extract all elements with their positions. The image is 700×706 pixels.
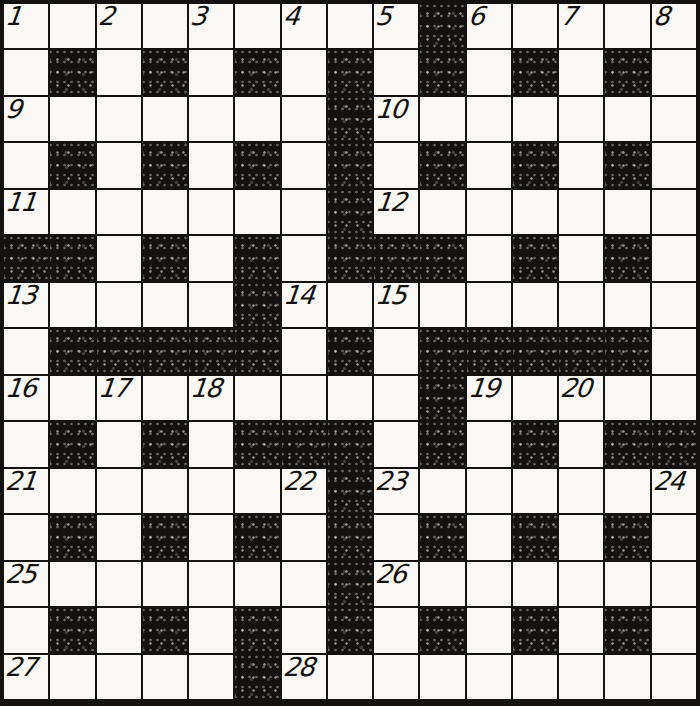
white-cell-r11c2[interactable] — [50, 469, 94, 513]
white-cell-r3c3[interactable] — [97, 97, 141, 141]
white-cell-r12c11[interactable] — [467, 515, 511, 559]
black-cell-r6c10 — [420, 236, 464, 280]
black-cell-r4c6 — [235, 143, 279, 187]
clue-number-22: 22 — [282, 467, 315, 496]
white-cell-r11c9[interactable]: 23 — [374, 469, 418, 513]
white-cell-r11c15[interactable]: 24 — [652, 469, 696, 513]
white-cell-r12c9[interactable] — [374, 515, 418, 559]
white-cell-r11c13[interactable] — [559, 469, 603, 513]
white-cell-r9c3[interactable]: 17 — [97, 376, 141, 420]
clue-number-12: 12 — [374, 188, 407, 217]
white-cell-r2c9[interactable] — [374, 50, 418, 94]
white-cell-r7c15[interactable] — [652, 283, 696, 327]
white-cell-r9c5[interactable]: 18 — [189, 376, 233, 420]
white-cell-r3c14[interactable] — [605, 97, 649, 141]
black-cell-r4c8 — [328, 143, 372, 187]
black-cell-r8c11 — [467, 329, 511, 373]
white-cell-r8c15[interactable] — [652, 329, 696, 373]
white-cell-r15c8[interactable] — [328, 655, 372, 699]
white-cell-r4c11[interactable] — [467, 143, 511, 187]
white-cell-r1c3[interactable]: 2 — [97, 4, 141, 48]
white-cell-r13c2[interactable] — [50, 562, 94, 606]
white-cell-r3c12[interactable] — [513, 97, 557, 141]
black-cell-r6c1 — [4, 236, 48, 280]
white-cell-r9c14[interactable] — [605, 376, 649, 420]
white-cell-r7c4[interactable] — [143, 283, 187, 327]
white-cell-r11c3[interactable] — [97, 469, 141, 513]
white-cell-r4c7[interactable] — [282, 143, 326, 187]
white-cell-r15c10[interactable] — [420, 655, 464, 699]
black-cell-r11c8 — [328, 469, 372, 513]
white-cell-r2c11[interactable] — [467, 50, 511, 94]
white-cell-r5c5[interactable] — [189, 190, 233, 234]
white-cell-r5c4[interactable] — [143, 190, 187, 234]
white-cell-r8c9[interactable] — [374, 329, 418, 373]
white-cell-r1c8[interactable] — [328, 4, 372, 48]
black-cell-r15c6 — [235, 655, 279, 699]
white-cell-r9c12[interactable] — [513, 376, 557, 420]
black-cell-r6c6 — [235, 236, 279, 280]
black-cell-r8c3 — [97, 329, 141, 373]
white-cell-r9c1[interactable]: 16 — [4, 376, 48, 420]
white-cell-r15c12[interactable] — [513, 655, 557, 699]
white-cell-r9c8[interactable] — [328, 376, 372, 420]
black-cell-r12c8 — [328, 515, 372, 559]
black-cell-r3c8 — [328, 97, 372, 141]
clue-number-9: 9 — [4, 95, 22, 124]
black-cell-r10c12 — [513, 422, 557, 466]
black-cell-r8c12 — [513, 329, 557, 373]
white-cell-r6c7[interactable] — [282, 236, 326, 280]
white-cell-r2c13[interactable] — [559, 50, 603, 94]
white-cell-r1c13[interactable]: 7 — [559, 4, 603, 48]
clue-number-1: 1 — [4, 2, 22, 31]
white-cell-r5c10[interactable] — [420, 190, 464, 234]
white-cell-r14c7[interactable] — [282, 608, 326, 652]
black-cell-r8c4 — [143, 329, 187, 373]
black-cell-r10c15 — [652, 422, 696, 466]
clue-number-7: 7 — [559, 2, 577, 31]
white-cell-r5c3[interactable] — [97, 190, 141, 234]
white-cell-r11c14[interactable] — [605, 469, 649, 513]
black-cell-r8c2 — [50, 329, 94, 373]
white-cell-r15c1[interactable]: 27 — [4, 655, 48, 699]
black-cell-r10c6 — [235, 422, 279, 466]
clue-number-18: 18 — [189, 374, 222, 403]
white-cell-r7c12[interactable] — [513, 283, 557, 327]
white-cell-r14c5[interactable] — [189, 608, 233, 652]
black-cell-r14c6 — [235, 608, 279, 652]
white-cell-r7c3[interactable] — [97, 283, 141, 327]
white-cell-r5c6[interactable] — [235, 190, 279, 234]
clue-number-25: 25 — [4, 560, 37, 589]
black-cell-r12c2 — [50, 515, 94, 559]
white-cell-r9c7[interactable] — [282, 376, 326, 420]
white-cell-r15c2[interactable] — [50, 655, 94, 699]
white-cell-r5c15[interactable] — [652, 190, 696, 234]
black-cell-r8c13 — [559, 329, 603, 373]
white-cell-r7c1[interactable]: 13 — [4, 283, 48, 327]
white-cell-r9c4[interactable] — [143, 376, 187, 420]
white-cell-r3c2[interactable] — [50, 97, 94, 141]
black-cell-r6c12 — [513, 236, 557, 280]
clue-number-19: 19 — [467, 374, 500, 403]
white-cell-r13c13[interactable] — [559, 562, 603, 606]
white-cell-r12c15[interactable] — [652, 515, 696, 559]
white-cell-r10c11[interactable] — [467, 422, 511, 466]
white-cell-r1c4[interactable] — [143, 4, 187, 48]
white-cell-r13c12[interactable] — [513, 562, 557, 606]
white-cell-r8c7[interactable] — [282, 329, 326, 373]
white-cell-r9c15[interactable] — [652, 376, 696, 420]
white-cell-r12c7[interactable] — [282, 515, 326, 559]
black-cell-r2c10 — [420, 50, 464, 94]
white-cell-r15c4[interactable] — [143, 655, 187, 699]
white-cell-r12c1[interactable] — [4, 515, 48, 559]
white-cell-r3c15[interactable] — [652, 97, 696, 141]
white-cell-r1c14[interactable] — [605, 4, 649, 48]
white-cell-r7c11[interactable] — [467, 283, 511, 327]
black-cell-r6c8 — [328, 236, 372, 280]
white-cell-r8c1[interactable] — [4, 329, 48, 373]
white-cell-r11c12[interactable] — [513, 469, 557, 513]
white-cell-r7c5[interactable] — [189, 283, 233, 327]
white-cell-r7c9[interactable]: 15 — [374, 283, 418, 327]
white-cell-r6c15[interactable] — [652, 236, 696, 280]
white-cell-r12c5[interactable] — [189, 515, 233, 559]
clue-number-20: 20 — [559, 374, 592, 403]
white-cell-r1c2[interactable] — [50, 4, 94, 48]
black-cell-r7c6 — [235, 283, 279, 327]
clue-number-26: 26 — [374, 560, 407, 589]
black-cell-r14c12 — [513, 608, 557, 652]
white-cell-r14c15[interactable] — [652, 608, 696, 652]
white-cell-r15c5[interactable] — [189, 655, 233, 699]
white-cell-r14c11[interactable] — [467, 608, 511, 652]
black-cell-r10c2 — [50, 422, 94, 466]
white-cell-r5c13[interactable] — [559, 190, 603, 234]
black-cell-r4c14 — [605, 143, 649, 187]
black-cell-r14c10 — [420, 608, 464, 652]
crossword-grid: 1234567891011121314151617181920212223242… — [0, 0, 700, 706]
white-cell-r5c9[interactable]: 12 — [374, 190, 418, 234]
white-cell-r6c11[interactable] — [467, 236, 511, 280]
clue-number-16: 16 — [4, 374, 37, 403]
clue-number-2: 2 — [97, 2, 115, 31]
black-cell-r2c8 — [328, 50, 372, 94]
white-cell-r1c15[interactable]: 8 — [652, 4, 696, 48]
clue-number-11: 11 — [4, 188, 37, 217]
white-cell-r3c4[interactable] — [143, 97, 187, 141]
white-cell-r13c3[interactable] — [97, 562, 141, 606]
white-cell-r11c7[interactable]: 22 — [282, 469, 326, 513]
white-cell-r11c6[interactable] — [235, 469, 279, 513]
clue-number-27: 27 — [4, 653, 37, 682]
white-cell-r15c9[interactable] — [374, 655, 418, 699]
white-cell-r11c5[interactable] — [189, 469, 233, 513]
black-cell-r8c14 — [605, 329, 649, 373]
black-cell-r8c6 — [235, 329, 279, 373]
white-cell-r14c3[interactable] — [97, 608, 141, 652]
white-cell-r9c13[interactable]: 20 — [559, 376, 603, 420]
black-cell-r8c5 — [189, 329, 233, 373]
black-cell-r5c8 — [328, 190, 372, 234]
black-cell-r6c14 — [605, 236, 649, 280]
white-cell-r10c5[interactable] — [189, 422, 233, 466]
white-cell-r6c3[interactable] — [97, 236, 141, 280]
clue-number-14: 14 — [282, 281, 315, 310]
white-cell-r13c6[interactable] — [235, 562, 279, 606]
white-cell-r7c2[interactable] — [50, 283, 94, 327]
clue-number-10: 10 — [374, 95, 407, 124]
black-cell-r13c8 — [328, 562, 372, 606]
white-cell-r4c5[interactable] — [189, 143, 233, 187]
black-cell-r2c4 — [143, 50, 187, 94]
clue-number-6: 6 — [467, 2, 485, 31]
white-cell-r15c15[interactable] — [652, 655, 696, 699]
white-cell-r13c9[interactable]: 26 — [374, 562, 418, 606]
clue-number-28: 28 — [282, 653, 315, 682]
white-cell-r10c13[interactable] — [559, 422, 603, 466]
clue-number-23: 23 — [374, 467, 407, 496]
white-cell-r13c11[interactable] — [467, 562, 511, 606]
black-cell-r12c4 — [143, 515, 187, 559]
black-cell-r10c7 — [282, 422, 326, 466]
black-cell-r10c8 — [328, 422, 372, 466]
white-cell-r5c2[interactable] — [50, 190, 94, 234]
white-cell-r5c14[interactable] — [605, 190, 649, 234]
black-cell-r12c10 — [420, 515, 464, 559]
white-cell-r7c10[interactable] — [420, 283, 464, 327]
white-cell-r11c4[interactable] — [143, 469, 187, 513]
white-cell-r1c6[interactable] — [235, 4, 279, 48]
white-cell-r15c14[interactable] — [605, 655, 649, 699]
white-cell-r9c11[interactable]: 19 — [467, 376, 511, 420]
white-cell-r13c15[interactable] — [652, 562, 696, 606]
black-cell-r6c2 — [50, 236, 94, 280]
white-cell-r14c1[interactable] — [4, 608, 48, 652]
white-cell-r14c9[interactable] — [374, 608, 418, 652]
white-cell-r3c13[interactable] — [559, 97, 603, 141]
white-cell-r15c7[interactable]: 28 — [282, 655, 326, 699]
black-cell-r12c6 — [235, 515, 279, 559]
white-cell-r1c5[interactable]: 3 — [189, 4, 233, 48]
white-cell-r5c1[interactable]: 11 — [4, 190, 48, 234]
clue-number-21: 21 — [4, 467, 37, 496]
white-cell-r1c7[interactable]: 4 — [282, 4, 326, 48]
white-cell-r4c1[interactable] — [4, 143, 48, 187]
black-cell-r6c4 — [143, 236, 187, 280]
black-cell-r8c10 — [420, 329, 464, 373]
black-cell-r6c9 — [374, 236, 418, 280]
white-cell-r5c7[interactable] — [282, 190, 326, 234]
clue-number-15: 15 — [374, 281, 407, 310]
black-cell-r2c2 — [50, 50, 94, 94]
white-cell-r1c11[interactable]: 6 — [467, 4, 511, 48]
white-cell-r3c10[interactable] — [420, 97, 464, 141]
clue-number-4: 4 — [282, 2, 300, 31]
black-cell-r9c10 — [420, 376, 464, 420]
white-cell-r12c13[interactable] — [559, 515, 603, 559]
black-cell-r10c14 — [605, 422, 649, 466]
white-cell-r6c5[interactable] — [189, 236, 233, 280]
white-cell-r13c1[interactable]: 25 — [4, 562, 48, 606]
clue-number-24: 24 — [652, 467, 685, 496]
clue-number-5: 5 — [374, 2, 392, 31]
black-cell-r4c2 — [50, 143, 94, 187]
black-cell-r10c4 — [143, 422, 187, 466]
black-cell-r14c4 — [143, 608, 187, 652]
white-cell-r11c10[interactable] — [420, 469, 464, 513]
white-cell-r2c7[interactable] — [282, 50, 326, 94]
clue-number-3: 3 — [189, 2, 207, 31]
black-cell-r4c4 — [143, 143, 187, 187]
white-cell-r3c6[interactable] — [235, 97, 279, 141]
white-cell-r7c8[interactable] — [328, 283, 372, 327]
clue-number-17: 17 — [97, 374, 130, 403]
black-cell-r8c8 — [328, 329, 372, 373]
white-cell-r3c7[interactable] — [282, 97, 326, 141]
black-cell-r14c2 — [50, 608, 94, 652]
white-cell-r2c3[interactable] — [97, 50, 141, 94]
black-cell-r4c12 — [513, 143, 557, 187]
black-cell-r12c14 — [605, 515, 649, 559]
white-cell-r1c12[interactable] — [513, 4, 557, 48]
white-cell-r9c6[interactable] — [235, 376, 279, 420]
white-cell-r14c13[interactable] — [559, 608, 603, 652]
white-cell-r13c7[interactable] — [282, 562, 326, 606]
black-cell-r12c12 — [513, 515, 557, 559]
black-cell-r2c6 — [235, 50, 279, 94]
white-cell-r7c7[interactable]: 14 — [282, 283, 326, 327]
white-cell-r1c9[interactable]: 5 — [374, 4, 418, 48]
white-cell-r3c1[interactable]: 9 — [4, 97, 48, 141]
white-cell-r1c1[interactable]: 1 — [4, 4, 48, 48]
white-cell-r4c15[interactable] — [652, 143, 696, 187]
white-cell-r5c12[interactable] — [513, 190, 557, 234]
white-cell-r7c14[interactable] — [605, 283, 649, 327]
white-cell-r3c9[interactable]: 10 — [374, 97, 418, 141]
white-cell-r13c10[interactable] — [420, 562, 464, 606]
white-cell-r10c9[interactable] — [374, 422, 418, 466]
white-cell-r10c3[interactable] — [97, 422, 141, 466]
white-cell-r2c1[interactable] — [4, 50, 48, 94]
white-cell-r2c15[interactable] — [652, 50, 696, 94]
white-cell-r3c11[interactable] — [467, 97, 511, 141]
white-cell-r12c3[interactable] — [97, 515, 141, 559]
white-cell-r11c11[interactable] — [467, 469, 511, 513]
white-cell-r15c11[interactable] — [467, 655, 511, 699]
black-cell-r10c10 — [420, 422, 464, 466]
white-cell-r9c2[interactable] — [50, 376, 94, 420]
black-cell-r14c14 — [605, 608, 649, 652]
black-cell-r2c14 — [605, 50, 649, 94]
white-cell-r7c13[interactable] — [559, 283, 603, 327]
clue-number-13: 13 — [4, 281, 37, 310]
black-cell-r2c12 — [513, 50, 557, 94]
black-cell-r4c10 — [420, 143, 464, 187]
white-cell-r4c9[interactable] — [374, 143, 418, 187]
white-cell-r3c5[interactable] — [189, 97, 233, 141]
white-cell-r4c3[interactable] — [97, 143, 141, 187]
white-cell-r10c1[interactable] — [4, 422, 48, 466]
white-cell-r9c9[interactable] — [374, 376, 418, 420]
white-cell-r2c5[interactable] — [189, 50, 233, 94]
white-cell-r13c14[interactable] — [605, 562, 649, 606]
white-cell-r15c3[interactable] — [97, 655, 141, 699]
black-cell-r1c10 — [420, 4, 464, 48]
white-cell-r13c5[interactable] — [189, 562, 233, 606]
white-cell-r4c13[interactable] — [559, 143, 603, 187]
white-cell-r11c1[interactable]: 21 — [4, 469, 48, 513]
white-cell-r5c11[interactable] — [467, 190, 511, 234]
white-cell-r13c4[interactable] — [143, 562, 187, 606]
black-cell-r14c8 — [328, 608, 372, 652]
white-cell-r6c13[interactable] — [559, 236, 603, 280]
clue-number-8: 8 — [652, 2, 670, 31]
white-cell-r15c13[interactable] — [559, 655, 603, 699]
